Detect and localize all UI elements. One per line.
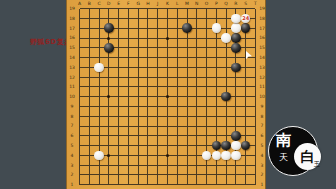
row-label-left-10: 10	[67, 94, 77, 99]
star-point-D10	[107, 95, 110, 98]
star-point-K10	[166, 95, 169, 98]
stone-black-P5[interactable]	[212, 141, 222, 151]
move-number-label: 24	[241, 14, 251, 24]
logo-white-disc: 白 王	[294, 143, 321, 170]
row-label-left-8: 8	[67, 114, 77, 119]
col-label-E: E	[116, 1, 122, 6]
stone-black-R16[interactable]	[231, 33, 241, 43]
star-point-K16	[166, 37, 169, 40]
col-label-J: J	[155, 1, 161, 6]
row-label-left-19: 19	[67, 6, 77, 11]
row-label-left-13: 13	[67, 65, 77, 70]
stone-black-R6[interactable]	[231, 131, 241, 141]
col-label-O: O	[204, 1, 210, 6]
stone-black-R15[interactable]	[231, 43, 241, 53]
grid-line	[80, 126, 256, 127]
col-label-Q: Q	[223, 1, 229, 6]
row-label-left-14: 14	[67, 55, 77, 60]
col-label-R: R	[233, 1, 239, 6]
col-label-A: A	[77, 1, 83, 6]
row-label-left-6: 6	[67, 133, 77, 138]
col-label-L: L	[174, 1, 180, 6]
col-label-T: T	[252, 1, 258, 6]
col-label-S: S	[243, 1, 249, 6]
row-label-left-2: 2	[67, 172, 77, 177]
stone-white-P17[interactable]	[212, 23, 222, 33]
col-label-K: K	[164, 1, 170, 6]
col-label-F: F	[125, 1, 131, 6]
col-label-C: C	[96, 1, 102, 6]
logo-char-tiny: 王	[314, 160, 320, 169]
stone-white-C4[interactable]	[94, 151, 104, 161]
row-label-left-16: 16	[67, 35, 77, 40]
row-label-left-12: 12	[67, 75, 77, 80]
grid-line	[80, 116, 256, 117]
stone-white-Q16[interactable]	[221, 33, 231, 43]
stone-black-Q10[interactable]	[221, 92, 231, 102]
grid-line	[177, 9, 178, 185]
col-label-N: N	[194, 1, 200, 6]
col-label-M: M	[184, 1, 190, 6]
stone-black-M17[interactable]	[182, 23, 192, 33]
stone-white-R5[interactable]	[231, 141, 241, 151]
grid-line	[245, 9, 246, 185]
star-point-D16	[107, 37, 110, 40]
col-label-G: G	[135, 1, 141, 6]
row-label-left-5: 5	[67, 143, 77, 148]
row-label-left-4: 4	[67, 153, 77, 158]
grid-line	[255, 9, 256, 185]
col-label-D: D	[106, 1, 112, 6]
grid-line	[80, 184, 256, 185]
stone-black-R13[interactable]	[231, 63, 241, 73]
star-point-K4	[166, 154, 169, 157]
logo-char-main: 南	[276, 131, 291, 150]
col-label-B: B	[86, 1, 92, 6]
left-panel: 野狐6D复盘	[0, 0, 66, 189]
stone-black-S17[interactable]	[241, 23, 251, 33]
row-label-left-11: 11	[67, 84, 77, 89]
stone-black-D15[interactable]	[104, 43, 114, 53]
logo-char-sub: 天	[279, 151, 288, 164]
row-label-left-9: 9	[67, 104, 77, 109]
channel-logo: 南 天 白 王	[267, 125, 327, 181]
stone-black-S5[interactable]	[241, 141, 251, 151]
stone-white-R18[interactable]	[231, 14, 241, 24]
grid-line	[196, 9, 197, 185]
stone-white-C13[interactable]	[94, 63, 104, 73]
row-label-left-7: 7	[67, 123, 77, 128]
star-point-D4	[107, 154, 110, 157]
row-label-left-18: 18	[67, 16, 77, 21]
row-label-left-3: 3	[67, 163, 77, 168]
stone-white-R4[interactable]	[231, 151, 241, 161]
grid-line	[80, 106, 256, 107]
grid-line	[80, 174, 256, 175]
row-label-left-17: 17	[67, 26, 77, 31]
grid-line	[80, 135, 256, 136]
stone-white-P4[interactable]	[212, 151, 222, 161]
col-label-P: P	[213, 1, 219, 6]
grid-line	[187, 9, 188, 185]
row-label-left-15: 15	[67, 45, 77, 50]
stone-white-S18[interactable]: 24	[241, 14, 251, 24]
go-board[interactable]: ABCDEFGHJKLMNOPQRST191918181717161615151…	[66, 0, 266, 189]
stone-black-Q5[interactable]	[221, 141, 231, 151]
col-label-H: H	[145, 1, 151, 6]
row-label-left-1: 1	[67, 182, 77, 187]
screen: 野狐6D复盘 ABCDEFGHJKLMNOPQRST19191818171716…	[0, 0, 336, 189]
grid-line	[80, 165, 256, 166]
stone-white-R17[interactable]	[231, 23, 241, 33]
stone-white-O4[interactable]	[202, 151, 212, 161]
stone-white-Q4[interactable]	[221, 151, 231, 161]
stone-black-D17[interactable]	[104, 23, 114, 33]
